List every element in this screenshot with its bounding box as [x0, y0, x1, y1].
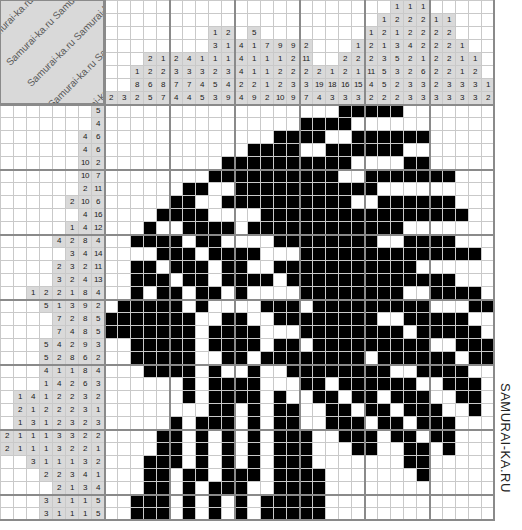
- empty-cell[interactable]: [300, 339, 313, 352]
- filled-cell[interactable]: [378, 404, 391, 417]
- empty-cell[interactable]: [170, 495, 183, 508]
- empty-cell[interactable]: [170, 105, 183, 118]
- filled-cell[interactable]: [456, 339, 469, 352]
- filled-cell[interactable]: [365, 261, 378, 274]
- empty-cell[interactable]: [469, 313, 482, 326]
- filled-cell[interactable]: [274, 183, 287, 196]
- filled-cell[interactable]: [235, 248, 248, 261]
- filled-cell[interactable]: [300, 365, 313, 378]
- filled-cell[interactable]: [404, 404, 417, 417]
- empty-cell[interactable]: [313, 105, 326, 118]
- filled-cell[interactable]: [261, 183, 274, 196]
- empty-cell[interactable]: [144, 118, 157, 131]
- filled-cell[interactable]: [183, 274, 196, 287]
- filled-cell[interactable]: [378, 261, 391, 274]
- empty-cell[interactable]: [118, 378, 131, 391]
- filled-cell[interactable]: [430, 209, 443, 222]
- empty-cell[interactable]: [456, 196, 469, 209]
- filled-cell[interactable]: [339, 209, 352, 222]
- filled-cell[interactable]: [209, 404, 222, 417]
- empty-cell[interactable]: [209, 105, 222, 118]
- empty-cell[interactable]: [313, 443, 326, 456]
- empty-cell[interactable]: [105, 469, 118, 482]
- filled-cell[interactable]: [391, 391, 404, 404]
- empty-cell[interactable]: [443, 456, 456, 469]
- empty-cell[interactable]: [131, 404, 144, 417]
- filled-cell[interactable]: [313, 209, 326, 222]
- filled-cell[interactable]: [300, 183, 313, 196]
- filled-cell[interactable]: [378, 248, 391, 261]
- empty-cell[interactable]: [118, 404, 131, 417]
- filled-cell[interactable]: [248, 391, 261, 404]
- empty-cell[interactable]: [235, 131, 248, 144]
- filled-cell[interactable]: [313, 183, 326, 196]
- empty-cell[interactable]: [105, 430, 118, 443]
- empty-cell[interactable]: [430, 131, 443, 144]
- empty-cell[interactable]: [469, 365, 482, 378]
- empty-cell[interactable]: [469, 170, 482, 183]
- empty-cell[interactable]: [118, 443, 131, 456]
- filled-cell[interactable]: [261, 196, 274, 209]
- filled-cell[interactable]: [365, 391, 378, 404]
- empty-cell[interactable]: [131, 456, 144, 469]
- filled-cell[interactable]: [131, 261, 144, 274]
- empty-cell[interactable]: [365, 456, 378, 469]
- empty-cell[interactable]: [469, 443, 482, 456]
- empty-cell[interactable]: [378, 443, 391, 456]
- empty-cell[interactable]: [469, 274, 482, 287]
- filled-cell[interactable]: [378, 274, 391, 287]
- empty-cell[interactable]: [443, 183, 456, 196]
- filled-cell[interactable]: [274, 209, 287, 222]
- filled-cell[interactable]: [183, 469, 196, 482]
- empty-cell[interactable]: [209, 261, 222, 274]
- empty-cell[interactable]: [118, 235, 131, 248]
- filled-cell[interactable]: [469, 339, 482, 352]
- filled-cell[interactable]: [326, 209, 339, 222]
- empty-cell[interactable]: [118, 261, 131, 274]
- empty-cell[interactable]: [300, 391, 313, 404]
- empty-cell[interactable]: [456, 170, 469, 183]
- empty-cell[interactable]: [105, 391, 118, 404]
- filled-cell[interactable]: [391, 326, 404, 339]
- filled-cell[interactable]: [300, 495, 313, 508]
- filled-cell[interactable]: [248, 274, 261, 287]
- filled-cell[interactable]: [261, 495, 274, 508]
- filled-cell[interactable]: [274, 144, 287, 157]
- filled-cell[interactable]: [183, 378, 196, 391]
- empty-cell[interactable]: [131, 469, 144, 482]
- empty-cell[interactable]: [144, 144, 157, 157]
- filled-cell[interactable]: [404, 456, 417, 469]
- filled-cell[interactable]: [131, 495, 144, 508]
- empty-cell[interactable]: [118, 339, 131, 352]
- empty-cell[interactable]: [339, 456, 352, 469]
- empty-cell[interactable]: [456, 495, 469, 508]
- empty-cell[interactable]: [209, 274, 222, 287]
- filled-cell[interactable]: [261, 274, 274, 287]
- empty-cell[interactable]: [196, 365, 209, 378]
- empty-cell[interactable]: [144, 170, 157, 183]
- empty-cell[interactable]: [261, 469, 274, 482]
- filled-cell[interactable]: [144, 300, 157, 313]
- empty-cell[interactable]: [118, 183, 131, 196]
- filled-cell[interactable]: [404, 248, 417, 261]
- filled-cell[interactable]: [209, 170, 222, 183]
- filled-cell[interactable]: [469, 326, 482, 339]
- empty-cell[interactable]: [430, 456, 443, 469]
- empty-cell[interactable]: [248, 300, 261, 313]
- empty-cell[interactable]: [404, 326, 417, 339]
- empty-cell[interactable]: [235, 209, 248, 222]
- empty-cell[interactable]: [274, 274, 287, 287]
- filled-cell[interactable]: [365, 209, 378, 222]
- empty-cell[interactable]: [118, 248, 131, 261]
- empty-cell[interactable]: [144, 378, 157, 391]
- filled-cell[interactable]: [248, 378, 261, 391]
- filled-cell[interactable]: [144, 326, 157, 339]
- empty-cell[interactable]: [430, 391, 443, 404]
- empty-cell[interactable]: [105, 248, 118, 261]
- empty-cell[interactable]: [183, 430, 196, 443]
- filled-cell[interactable]: [248, 404, 261, 417]
- filled-cell[interactable]: [313, 365, 326, 378]
- filled-cell[interactable]: [300, 326, 313, 339]
- empty-cell[interactable]: [430, 118, 443, 131]
- empty-cell[interactable]: [261, 378, 274, 391]
- filled-cell[interactable]: [235, 339, 248, 352]
- empty-cell[interactable]: [170, 404, 183, 417]
- filled-cell[interactable]: [378, 339, 391, 352]
- empty-cell[interactable]: [105, 235, 118, 248]
- filled-cell[interactable]: [443, 274, 456, 287]
- filled-cell[interactable]: [313, 261, 326, 274]
- empty-cell[interactable]: [144, 209, 157, 222]
- filled-cell[interactable]: [443, 365, 456, 378]
- filled-cell[interactable]: [326, 118, 339, 131]
- filled-cell[interactable]: [183, 365, 196, 378]
- filled-cell[interactable]: [248, 248, 261, 261]
- empty-cell[interactable]: [456, 456, 469, 469]
- empty-cell[interactable]: [261, 235, 274, 248]
- filled-cell[interactable]: [248, 144, 261, 157]
- filled-cell[interactable]: [326, 170, 339, 183]
- empty-cell[interactable]: [118, 209, 131, 222]
- empty-cell[interactable]: [339, 469, 352, 482]
- filled-cell[interactable]: [313, 326, 326, 339]
- filled-cell[interactable]: [365, 313, 378, 326]
- empty-cell[interactable]: [391, 118, 404, 131]
- filled-cell[interactable]: [261, 170, 274, 183]
- filled-cell[interactable]: [365, 326, 378, 339]
- filled-cell[interactable]: [196, 430, 209, 443]
- empty-cell[interactable]: [131, 183, 144, 196]
- filled-cell[interactable]: [391, 378, 404, 391]
- empty-cell[interactable]: [196, 495, 209, 508]
- empty-cell[interactable]: [456, 105, 469, 118]
- empty-cell[interactable]: [118, 495, 131, 508]
- empty-cell[interactable]: [274, 378, 287, 391]
- filled-cell[interactable]: [391, 261, 404, 274]
- filled-cell[interactable]: [391, 170, 404, 183]
- filled-cell[interactable]: [131, 274, 144, 287]
- filled-cell[interactable]: [209, 378, 222, 391]
- filled-cell[interactable]: [365, 339, 378, 352]
- empty-cell[interactable]: [378, 313, 391, 326]
- filled-cell[interactable]: [326, 183, 339, 196]
- empty-cell[interactable]: [326, 378, 339, 391]
- filled-cell[interactable]: [274, 300, 287, 313]
- empty-cell[interactable]: [105, 404, 118, 417]
- filled-cell[interactable]: [469, 300, 482, 313]
- filled-cell[interactable]: [248, 196, 261, 209]
- filled-cell[interactable]: [378, 170, 391, 183]
- filled-cell[interactable]: [339, 365, 352, 378]
- empty-cell[interactable]: [105, 443, 118, 456]
- empty-cell[interactable]: [144, 183, 157, 196]
- filled-cell[interactable]: [339, 196, 352, 209]
- filled-cell[interactable]: [365, 300, 378, 313]
- empty-cell[interactable]: [404, 183, 417, 196]
- filled-cell[interactable]: [170, 326, 183, 339]
- filled-cell[interactable]: [365, 378, 378, 391]
- filled-cell[interactable]: [339, 248, 352, 261]
- empty-cell[interactable]: [313, 404, 326, 417]
- filled-cell[interactable]: [209, 391, 222, 404]
- filled-cell[interactable]: [300, 469, 313, 482]
- empty-cell[interactable]: [248, 313, 261, 326]
- empty-cell[interactable]: [248, 209, 261, 222]
- filled-cell[interactable]: [183, 313, 196, 326]
- filled-cell[interactable]: [235, 261, 248, 274]
- empty-cell[interactable]: [430, 105, 443, 118]
- filled-cell[interactable]: [274, 469, 287, 482]
- filled-cell[interactable]: [196, 209, 209, 222]
- filled-cell[interactable]: [443, 443, 456, 456]
- empty-cell[interactable]: [105, 118, 118, 131]
- filled-cell[interactable]: [430, 248, 443, 261]
- empty-cell[interactable]: [131, 105, 144, 118]
- filled-cell[interactable]: [391, 339, 404, 352]
- empty-cell[interactable]: [144, 131, 157, 144]
- empty-cell[interactable]: [443, 144, 456, 157]
- filled-cell[interactable]: [274, 456, 287, 469]
- empty-cell[interactable]: [430, 469, 443, 482]
- empty-cell[interactable]: [378, 430, 391, 443]
- empty-cell[interactable]: [118, 196, 131, 209]
- filled-cell[interactable]: [378, 326, 391, 339]
- empty-cell[interactable]: [170, 144, 183, 157]
- filled-cell[interactable]: [196, 456, 209, 469]
- filled-cell[interactable]: [443, 313, 456, 326]
- empty-cell[interactable]: [235, 404, 248, 417]
- empty-cell[interactable]: [378, 495, 391, 508]
- filled-cell[interactable]: [235, 391, 248, 404]
- empty-cell[interactable]: [456, 300, 469, 313]
- filled-cell[interactable]: [300, 196, 313, 209]
- empty-cell[interactable]: [170, 131, 183, 144]
- filled-cell[interactable]: [313, 300, 326, 313]
- empty-cell[interactable]: [404, 495, 417, 508]
- filled-cell[interactable]: [300, 443, 313, 456]
- empty-cell[interactable]: [326, 456, 339, 469]
- empty-cell[interactable]: [430, 183, 443, 196]
- filled-cell[interactable]: [313, 495, 326, 508]
- filled-cell[interactable]: [313, 274, 326, 287]
- empty-cell[interactable]: [248, 261, 261, 274]
- empty-cell[interactable]: [170, 391, 183, 404]
- empty-cell[interactable]: [144, 196, 157, 209]
- empty-cell[interactable]: [300, 300, 313, 313]
- filled-cell[interactable]: [326, 365, 339, 378]
- filled-cell[interactable]: [248, 443, 261, 456]
- empty-cell[interactable]: [469, 430, 482, 443]
- empty-cell[interactable]: [248, 495, 261, 508]
- empty-cell[interactable]: [300, 105, 313, 118]
- empty-cell[interactable]: [183, 144, 196, 157]
- filled-cell[interactable]: [170, 430, 183, 443]
- empty-cell[interactable]: [261, 118, 274, 131]
- filled-cell[interactable]: [118, 300, 131, 313]
- filled-cell[interactable]: [274, 430, 287, 443]
- empty-cell[interactable]: [469, 469, 482, 482]
- empty-cell[interactable]: [456, 443, 469, 456]
- empty-cell[interactable]: [469, 456, 482, 469]
- filled-cell[interactable]: [430, 170, 443, 183]
- empty-cell[interactable]: [261, 443, 274, 456]
- filled-cell[interactable]: [339, 261, 352, 274]
- empty-cell[interactable]: [430, 339, 443, 352]
- filled-cell[interactable]: [209, 248, 222, 261]
- filled-cell[interactable]: [469, 404, 482, 417]
- empty-cell[interactable]: [469, 235, 482, 248]
- empty-cell[interactable]: [196, 391, 209, 404]
- empty-cell[interactable]: [326, 469, 339, 482]
- filled-cell[interactable]: [300, 261, 313, 274]
- empty-cell[interactable]: [235, 235, 248, 248]
- empty-cell[interactable]: [469, 183, 482, 196]
- filled-cell[interactable]: [456, 391, 469, 404]
- filled-cell[interactable]: [248, 339, 261, 352]
- filled-cell[interactable]: [183, 183, 196, 196]
- filled-cell[interactable]: [378, 300, 391, 313]
- empty-cell[interactable]: [105, 209, 118, 222]
- empty-cell[interactable]: [105, 131, 118, 144]
- filled-cell[interactable]: [261, 144, 274, 157]
- empty-cell[interactable]: [144, 391, 157, 404]
- empty-cell[interactable]: [183, 404, 196, 417]
- filled-cell[interactable]: [339, 339, 352, 352]
- empty-cell[interactable]: [378, 118, 391, 131]
- filled-cell[interactable]: [248, 365, 261, 378]
- filled-cell[interactable]: [391, 105, 404, 118]
- filled-cell[interactable]: [430, 313, 443, 326]
- filled-cell[interactable]: [274, 261, 287, 274]
- filled-cell[interactable]: [313, 170, 326, 183]
- empty-cell[interactable]: [261, 339, 274, 352]
- empty-cell[interactable]: [443, 105, 456, 118]
- filled-cell[interactable]: [326, 339, 339, 352]
- filled-cell[interactable]: [404, 313, 417, 326]
- empty-cell[interactable]: [326, 495, 339, 508]
- filled-cell[interactable]: [235, 469, 248, 482]
- filled-cell[interactable]: [274, 235, 287, 248]
- filled-cell[interactable]: [118, 313, 131, 326]
- empty-cell[interactable]: [105, 196, 118, 209]
- filled-cell[interactable]: [339, 118, 352, 131]
- empty-cell[interactable]: [118, 170, 131, 183]
- empty-cell[interactable]: [131, 118, 144, 131]
- filled-cell[interactable]: [365, 443, 378, 456]
- empty-cell[interactable]: [131, 196, 144, 209]
- empty-cell[interactable]: [248, 118, 261, 131]
- filled-cell[interactable]: [326, 144, 339, 157]
- empty-cell[interactable]: [235, 300, 248, 313]
- filled-cell[interactable]: [144, 313, 157, 326]
- filled-cell[interactable]: [209, 339, 222, 352]
- empty-cell[interactable]: [430, 378, 443, 391]
- filled-cell[interactable]: [261, 300, 274, 313]
- empty-cell[interactable]: [144, 443, 157, 456]
- empty-cell[interactable]: [443, 131, 456, 144]
- filled-cell[interactable]: [170, 300, 183, 313]
- empty-cell[interactable]: [326, 443, 339, 456]
- empty-cell[interactable]: [196, 118, 209, 131]
- empty-cell[interactable]: [105, 170, 118, 183]
- filled-cell[interactable]: [235, 196, 248, 209]
- empty-cell[interactable]: [443, 391, 456, 404]
- filled-cell[interactable]: [170, 313, 183, 326]
- filled-cell[interactable]: [144, 495, 157, 508]
- empty-cell[interactable]: [105, 365, 118, 378]
- filled-cell[interactable]: [430, 196, 443, 209]
- empty-cell[interactable]: [274, 105, 287, 118]
- empty-cell[interactable]: [469, 118, 482, 131]
- filled-cell[interactable]: [339, 300, 352, 313]
- empty-cell[interactable]: [144, 404, 157, 417]
- empty-cell[interactable]: [391, 495, 404, 508]
- empty-cell[interactable]: [118, 456, 131, 469]
- empty-cell[interactable]: [105, 300, 118, 313]
- empty-cell[interactable]: [248, 235, 261, 248]
- empty-cell[interactable]: [261, 430, 274, 443]
- empty-cell[interactable]: [391, 443, 404, 456]
- filled-cell[interactable]: [300, 456, 313, 469]
- filled-cell[interactable]: [300, 118, 313, 131]
- filled-cell[interactable]: [235, 183, 248, 196]
- empty-cell[interactable]: [183, 118, 196, 131]
- empty-cell[interactable]: [365, 196, 378, 209]
- empty-cell[interactable]: [469, 131, 482, 144]
- empty-cell[interactable]: [131, 391, 144, 404]
- empty-cell[interactable]: [248, 131, 261, 144]
- filled-cell[interactable]: [391, 248, 404, 261]
- empty-cell[interactable]: [170, 183, 183, 196]
- empty-cell[interactable]: [261, 365, 274, 378]
- filled-cell[interactable]: [183, 248, 196, 261]
- filled-cell[interactable]: [365, 105, 378, 118]
- empty-cell[interactable]: [118, 430, 131, 443]
- empty-cell[interactable]: [209, 313, 222, 326]
- filled-cell[interactable]: [365, 274, 378, 287]
- filled-cell[interactable]: [274, 443, 287, 456]
- empty-cell[interactable]: [235, 430, 248, 443]
- filled-cell[interactable]: [365, 144, 378, 157]
- empty-cell[interactable]: [274, 365, 287, 378]
- filled-cell[interactable]: [196, 235, 209, 248]
- filled-cell[interactable]: [469, 391, 482, 404]
- empty-cell[interactable]: [469, 105, 482, 118]
